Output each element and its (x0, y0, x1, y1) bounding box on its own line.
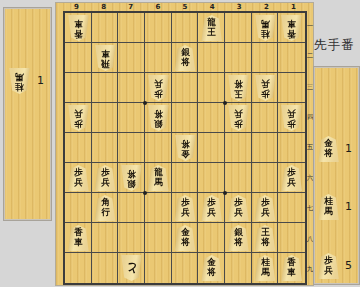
gote-captured-tray: 桂馬1 (3, 7, 52, 221)
koma-kanji: 将 (261, 238, 270, 248)
piece-2八[interactable]: 王将 (255, 225, 276, 251)
file-label-1: 1 (280, 3, 307, 11)
square-42[interactable] (198, 43, 225, 73)
square-53[interactable] (172, 73, 199, 103)
koma-kanji: と (126, 262, 138, 275)
hoshi-dot (223, 101, 227, 105)
koma-kanji: 馬 (261, 268, 270, 278)
koma-kanji: 将 (181, 138, 190, 148)
koma-kanji: 金 (181, 148, 190, 158)
square-43[interactable] (198, 73, 225, 103)
koma-kanji: 兵 (207, 208, 216, 218)
koma-kanji: 将 (207, 268, 216, 278)
koma-kanji: 桂 (15, 81, 24, 91)
koma-kanji: 馬 (324, 207, 333, 217)
koma-kanji: 桂 (261, 28, 270, 38)
koma-kanji: 兵 (324, 266, 333, 276)
piece-2九[interactable]: 桂馬 (255, 255, 276, 281)
koma-kanji: 兵 (154, 78, 163, 88)
piece-9八[interactable]: 香車 (68, 225, 89, 251)
shogi-board-panel: 987654321 一二三四五六七八九 香車龍王桂馬香車飛車銀将歩兵玉将歩兵歩兵… (55, 2, 314, 286)
square-36[interactable] (225, 163, 252, 193)
file-label-3: 3 (226, 3, 253, 11)
koma-kanji: 将 (324, 149, 333, 159)
koma-kanji: 飛 (101, 58, 110, 68)
koma-kanji: 銀 (127, 178, 136, 188)
piece-6六[interactable]: 龍馬 (148, 165, 169, 191)
shogi-app: 桂馬1 987654321 一二三四五六七八九 香車龍王桂馬香車飛車銀将歩兵玉将… (0, 0, 360, 287)
sente-tray-piece-桂馬[interactable]: 桂馬 (318, 194, 339, 220)
koma-kanji: 兵 (287, 178, 296, 188)
koma-kanji: 馬 (15, 71, 24, 81)
koma-kanji: 馬 (261, 18, 270, 28)
hoshi-dot (143, 101, 147, 105)
square-17[interactable] (278, 193, 305, 223)
file-labels: 987654321 (63, 3, 307, 11)
square-68[interactable] (145, 223, 172, 253)
square-18[interactable] (278, 223, 305, 253)
square-62[interactable] (145, 43, 172, 73)
square-89[interactable] (92, 253, 119, 283)
square-77[interactable] (118, 193, 145, 223)
koma-kanji: 将 (181, 238, 190, 248)
piece-8七[interactable]: 角行 (95, 195, 116, 221)
koma-kanji: 歩 (234, 118, 243, 128)
square-56[interactable] (172, 163, 199, 193)
square-97[interactable] (65, 193, 92, 223)
square-26[interactable] (252, 163, 279, 193)
piece-1九[interactable]: 香車 (281, 255, 302, 281)
board-grid: 香車龍王桂馬香車飛車銀将歩兵玉将歩兵歩兵銀将歩兵歩兵金将歩兵歩兵銀将龍馬歩兵角行… (63, 11, 307, 285)
rank-label-1: 一 (306, 11, 314, 41)
koma-kanji: 車 (287, 268, 296, 278)
koma-kanji: 将 (234, 78, 243, 88)
square-84[interactable] (92, 103, 119, 133)
koma-kanji: 車 (74, 18, 83, 28)
square-75[interactable] (118, 133, 145, 163)
piece-1六[interactable]: 歩兵 (281, 165, 302, 191)
square-31[interactable] (225, 13, 252, 43)
square-22[interactable] (252, 43, 279, 73)
koma-kanji: 歩 (287, 118, 296, 128)
square-72[interactable] (118, 43, 145, 73)
square-45[interactable] (198, 133, 225, 163)
koma-kanji: 行 (101, 208, 110, 218)
square-95[interactable] (65, 133, 92, 163)
square-35[interactable] (225, 133, 252, 163)
koma-kanji: 兵 (261, 78, 270, 88)
square-73[interactable] (118, 73, 145, 103)
turn-indicator: 先手番 (314, 37, 360, 54)
sente-tray-piece-歩兵[interactable]: 歩兵 (318, 253, 339, 279)
file-label-4: 4 (199, 3, 226, 11)
square-12[interactable] (278, 43, 305, 73)
square-74[interactable] (118, 103, 145, 133)
square-13[interactable] (278, 73, 305, 103)
square-78[interactable] (118, 223, 145, 253)
koma-kanji: 車 (101, 48, 110, 58)
koma-kanji: 歩 (74, 118, 83, 128)
file-label-5: 5 (171, 3, 198, 11)
sente-captured-tray: 金将1桂馬1歩兵5 (313, 66, 360, 285)
piece-4九[interactable]: 金将 (201, 255, 222, 281)
piece-9六[interactable]: 歩兵 (68, 165, 89, 191)
sente-tray-piece-金将[interactable]: 金将 (318, 136, 339, 162)
square-46[interactable] (198, 163, 225, 193)
koma-kanji: 歩 (261, 88, 270, 98)
koma-kanji: 将 (127, 168, 136, 178)
piece-2七[interactable]: 歩兵 (255, 195, 276, 221)
koma-kanji: 兵 (74, 178, 83, 188)
piece-3八[interactable]: 銀将 (228, 225, 249, 251)
piece-8六[interactable]: 歩兵 (95, 165, 116, 191)
koma-kanji: 歩 (154, 88, 163, 98)
koma-kanji: 香 (287, 28, 296, 38)
square-15[interactable] (278, 133, 305, 163)
koma-kanji: 兵 (234, 108, 243, 118)
square-51[interactable] (172, 13, 199, 43)
square-67[interactable] (145, 193, 172, 223)
square-44[interactable] (198, 103, 225, 133)
square-85[interactable] (92, 133, 119, 163)
koma-kanji: 兵 (181, 208, 190, 218)
piece-4七[interactable]: 歩兵 (201, 195, 222, 221)
sente-tray-count-桂馬: 1 (345, 200, 352, 213)
koma-kanji: 香 (74, 28, 83, 38)
sente-tray-count-金将: 1 (345, 142, 352, 155)
file-label-6: 6 (144, 3, 171, 11)
hoshi-dot (223, 191, 227, 195)
square-83[interactable] (92, 73, 119, 103)
koma-kanji: 車 (287, 18, 296, 28)
koma-kanji: 兵 (287, 108, 296, 118)
koma-kanji: 兵 (261, 208, 270, 218)
square-48[interactable] (198, 223, 225, 253)
piece-5八[interactable]: 金将 (175, 225, 196, 251)
hoshi-dot (143, 191, 147, 195)
koma-kanji: 兵 (234, 208, 243, 218)
piece-5七[interactable]: 歩兵 (175, 195, 196, 221)
square-93[interactable] (65, 73, 92, 103)
gote-tray-piece-桂馬[interactable]: 桂馬 (9, 68, 30, 94)
square-59[interactable] (172, 253, 199, 283)
koma-kanji: 将 (234, 238, 243, 248)
square-25[interactable] (252, 133, 279, 163)
koma-kanji: 兵 (101, 178, 110, 188)
koma-kanji: 車 (74, 238, 83, 248)
piece-5二[interactable]: 銀将 (175, 45, 196, 71)
koma-kanji: 王 (207, 28, 216, 38)
square-61[interactable] (145, 13, 172, 43)
square-81[interactable] (92, 13, 119, 43)
square-71[interactable] (118, 13, 145, 43)
file-label-9: 9 (63, 3, 90, 11)
koma-kanji: 兵 (74, 108, 83, 118)
file-label-2: 2 (253, 3, 280, 11)
square-69[interactable] (145, 253, 172, 283)
file-label-8: 8 (90, 3, 117, 11)
sente-tray-count-歩兵: 5 (345, 259, 352, 272)
koma-kanji: 将 (154, 108, 163, 118)
square-92[interactable] (65, 43, 92, 73)
square-32[interactable] (225, 43, 252, 73)
koma-kanji: 馬 (154, 178, 163, 188)
koma-kanji: 将 (181, 58, 190, 68)
koma-kanji: 玉 (234, 88, 243, 98)
koma-kanji: 銀 (154, 118, 163, 128)
square-39[interactable] (225, 253, 252, 283)
gote-tray-count-桂馬: 1 (37, 74, 44, 87)
square-54[interactable] (172, 103, 199, 133)
piece-3七[interactable]: 歩兵 (228, 195, 249, 221)
square-24[interactable] (252, 103, 279, 133)
square-99[interactable] (65, 253, 92, 283)
square-88[interactable] (92, 223, 119, 253)
file-label-7: 7 (117, 3, 144, 11)
square-65[interactable] (145, 133, 172, 163)
piece-4一[interactable]: 龍王 (201, 15, 222, 41)
